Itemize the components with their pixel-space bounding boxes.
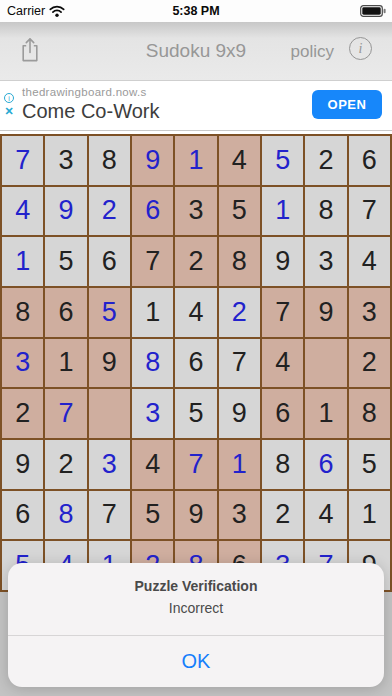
cell-digit: 7 (102, 501, 117, 528)
cell-r7c2[interactable]: 2 (45, 440, 86, 489)
cell-r4c3[interactable]: 5 (89, 288, 130, 337)
cell-digit: 4 (145, 451, 160, 478)
cell-digit: 5 (275, 147, 290, 174)
cell-digit: 1 (362, 501, 377, 528)
cell-digit: 3 (318, 248, 333, 275)
cell-digit: 6 (102, 248, 117, 275)
cell-r8c2[interactable]: 8 (45, 491, 86, 540)
cell-digit: 4 (275, 349, 290, 376)
cell-r4c8[interactable]: 9 (305, 288, 346, 337)
cell-digit: 4 (188, 299, 203, 326)
cell-digit: 2 (275, 501, 290, 528)
cell-digit: 3 (232, 501, 247, 528)
cell-r1c1[interactable]: 7 (2, 136, 43, 185)
cell-digit: 1 (232, 451, 247, 478)
cell-digit: 4 (232, 147, 247, 174)
cell-r5c9[interactable]: 2 (349, 339, 390, 388)
cell-r4c1[interactable]: 8 (2, 288, 43, 337)
ad-headline: Come Co-Work (22, 100, 159, 123)
nav-bar: Sudoku 9x9 policy i (0, 22, 392, 81)
cell-digit: 3 (15, 349, 30, 376)
cell-digit: 9 (318, 299, 333, 326)
cell-r5c2[interactable]: 1 (45, 339, 86, 388)
cell-digit: 5 (58, 248, 73, 275)
cell-digit: 9 (102, 349, 117, 376)
cell-digit: 5 (102, 299, 117, 326)
cell-r6c4[interactable]: 3 (132, 389, 173, 438)
cell-r1c5[interactable]: 1 (175, 136, 216, 185)
cell-digit: 5 (232, 197, 247, 224)
cell-r1c9[interactable]: 6 (349, 136, 390, 185)
cell-digit: 2 (188, 248, 203, 275)
cell-r2c4[interactable]: 6 (132, 187, 173, 236)
cell-r8c4[interactable]: 5 (132, 491, 173, 540)
cell-digit: 8 (58, 501, 73, 528)
cell-r3c3[interactable]: 6 (89, 237, 130, 286)
cell-r5c6[interactable]: 7 (219, 339, 260, 388)
ad-close-icon[interactable]: ✕ (4, 106, 13, 117)
ad-banner[interactable]: i ✕ thedrawingboard.now.s Come Co-Work O… (0, 81, 392, 131)
cell-digit: 8 (102, 147, 117, 174)
cell-r8c7[interactable]: 2 (262, 491, 303, 540)
cell-digit: 5 (188, 400, 203, 427)
ok-button[interactable]: OK (8, 636, 384, 687)
cell-digit: 6 (145, 197, 160, 224)
cell-digit: 8 (275, 451, 290, 478)
cell-r2c7[interactable]: 1 (262, 187, 303, 236)
cell-r2c8[interactable]: 8 (305, 187, 346, 236)
cell-digit: 8 (145, 349, 160, 376)
cell-digit: 7 (188, 451, 203, 478)
cell-r4c6[interactable]: 2 (219, 288, 260, 337)
cell-r3c8[interactable]: 3 (305, 237, 346, 286)
cell-digit: 9 (15, 451, 30, 478)
cell-r6c5[interactable]: 5 (175, 389, 216, 438)
cell-r8c9[interactable]: 1 (349, 491, 390, 540)
cell-digit: 6 (58, 299, 73, 326)
cell-r2c9[interactable]: 7 (349, 187, 390, 236)
cell-digit: 8 (232, 248, 247, 275)
cell-r3c2[interactable]: 5 (45, 237, 86, 286)
cell-r2c1[interactable]: 4 (2, 187, 43, 236)
cell-digit: 3 (188, 197, 203, 224)
cell-r6c3[interactable] (89, 389, 130, 438)
cell-r8c1[interactable]: 6 (2, 491, 43, 540)
ad-domain: thedrawingboard.now.s (22, 86, 159, 98)
alert-title: Puzzle Verification (8, 578, 384, 594)
alert-dialog: Puzzle Verification Incorrect OK (8, 563, 384, 687)
cell-r2c5[interactable]: 3 (175, 187, 216, 236)
cell-r7c3[interactable]: 3 (89, 440, 130, 489)
cell-r4c5[interactable]: 4 (175, 288, 216, 337)
cell-r5c5[interactable]: 6 (175, 339, 216, 388)
cell-r4c9[interactable]: 3 (349, 288, 390, 337)
cell-r2c6[interactable]: 5 (219, 187, 260, 236)
cell-r3c1[interactable]: 1 (2, 237, 43, 286)
cell-r8c8[interactable]: 4 (305, 491, 346, 540)
cell-digit: 6 (318, 451, 333, 478)
cell-digit: 3 (362, 299, 377, 326)
cell-digit: 1 (58, 349, 73, 376)
cell-digit: 4 (318, 501, 333, 528)
cell-digit: 2 (15, 400, 30, 427)
policy-link[interactable]: policy (291, 42, 334, 62)
cell-digit: 2 (318, 147, 333, 174)
cell-digit: 8 (362, 400, 377, 427)
cell-digit: 3 (145, 400, 160, 427)
cell-digit: 9 (58, 197, 73, 224)
cell-r4c4[interactable]: 1 (132, 288, 173, 337)
cell-r7c5[interactable]: 7 (175, 440, 216, 489)
cell-digit: 7 (362, 197, 377, 224)
cell-r3c6[interactable]: 8 (219, 237, 260, 286)
cell-r5c4[interactable]: 8 (132, 339, 173, 388)
cell-r5c1[interactable]: 3 (2, 339, 43, 388)
info-button[interactable]: i (349, 37, 372, 60)
cell-digit: 2 (102, 197, 117, 224)
cell-r4c2[interactable]: 6 (45, 288, 86, 337)
ad-info-icon[interactable]: i (4, 93, 14, 103)
cell-r7c7[interactable]: 8 (262, 440, 303, 489)
cell-digit: 1 (145, 299, 160, 326)
cell-digit: 2 (232, 299, 247, 326)
battery-icon (360, 5, 386, 17)
cell-r6c2[interactable]: 7 (45, 389, 86, 438)
cell-digit: 4 (362, 248, 377, 275)
cell-digit: 9 (275, 248, 290, 275)
cell-digit: 7 (232, 349, 247, 376)
cell-r8c5[interactable]: 9 (175, 491, 216, 540)
cell-digit: 1 (318, 400, 333, 427)
cell-r3c4[interactable]: 7 (132, 237, 173, 286)
cell-digit: 8 (318, 197, 333, 224)
cell-r8c6[interactable]: 3 (219, 491, 260, 540)
cell-r1c7[interactable]: 5 (262, 136, 303, 185)
cell-r3c7[interactable]: 9 (262, 237, 303, 286)
cell-digit: 7 (15, 147, 30, 174)
cell-r7c8[interactable]: 6 (305, 440, 346, 489)
cell-digit: 4 (15, 197, 30, 224)
cell-digit: 7 (145, 248, 160, 275)
cell-r5c8[interactable] (305, 339, 346, 388)
cell-digit: 3 (102, 451, 117, 478)
cell-r1c6[interactable]: 4 (219, 136, 260, 185)
cell-digit: 5 (145, 501, 160, 528)
cell-digit: 6 (275, 400, 290, 427)
cell-digit: 6 (362, 147, 377, 174)
status-bar: Carrier 5:38 PM (0, 0, 392, 22)
cell-digit: 1 (188, 147, 203, 174)
cell-r1c8[interactable]: 2 (305, 136, 346, 185)
cell-digit: 9 (145, 147, 160, 174)
sudoku-grid: 7389145264926351871567289348651427933198… (0, 134, 392, 592)
cell-r8c3[interactable]: 7 (89, 491, 130, 540)
ad-open-button[interactable]: OPEN (312, 90, 382, 119)
cell-r1c2[interactable]: 3 (45, 136, 86, 185)
cell-digit: 9 (188, 501, 203, 528)
cell-digit: 6 (15, 501, 30, 528)
alert-message: Incorrect (8, 600, 384, 616)
cell-r7c9[interactable]: 5 (349, 440, 390, 489)
cell-r2c3[interactable]: 2 (89, 187, 130, 236)
cell-r7c1[interactable]: 9 (2, 440, 43, 489)
cell-r7c6[interactable]: 1 (219, 440, 260, 489)
cell-digit: 6 (188, 349, 203, 376)
cell-r5c3[interactable]: 9 (89, 339, 130, 388)
cell-r6c8[interactable]: 1 (305, 389, 346, 438)
cell-r3c5[interactable]: 2 (175, 237, 216, 286)
cell-r4c7[interactable]: 7 (262, 288, 303, 337)
cell-digit: 2 (362, 349, 377, 376)
cell-r7c4[interactable]: 4 (132, 440, 173, 489)
cell-digit: 3 (58, 147, 73, 174)
cell-r6c9[interactable]: 8 (349, 389, 390, 438)
cell-digit: 5 (362, 451, 377, 478)
cell-digit: 9 (232, 400, 247, 427)
cell-r3c9[interactable]: 4 (349, 237, 390, 286)
cell-digit: 2 (58, 451, 73, 478)
cell-r2c2[interactable]: 9 (45, 187, 86, 236)
cell-digit: 8 (15, 299, 30, 326)
clock: 5:38 PM (0, 4, 392, 18)
cell-digit: 7 (275, 299, 290, 326)
cell-digit: 1 (275, 197, 290, 224)
cell-r6c1[interactable]: 2 (2, 389, 43, 438)
cell-r1c4[interactable]: 9 (132, 136, 173, 185)
cell-r5c7[interactable]: 4 (262, 339, 303, 388)
cell-digit: 1 (15, 248, 30, 275)
cell-r1c3[interactable]: 8 (89, 136, 130, 185)
cell-r6c6[interactable]: 9 (219, 389, 260, 438)
cell-r6c7[interactable]: 6 (262, 389, 303, 438)
cell-digit: 7 (58, 400, 73, 427)
